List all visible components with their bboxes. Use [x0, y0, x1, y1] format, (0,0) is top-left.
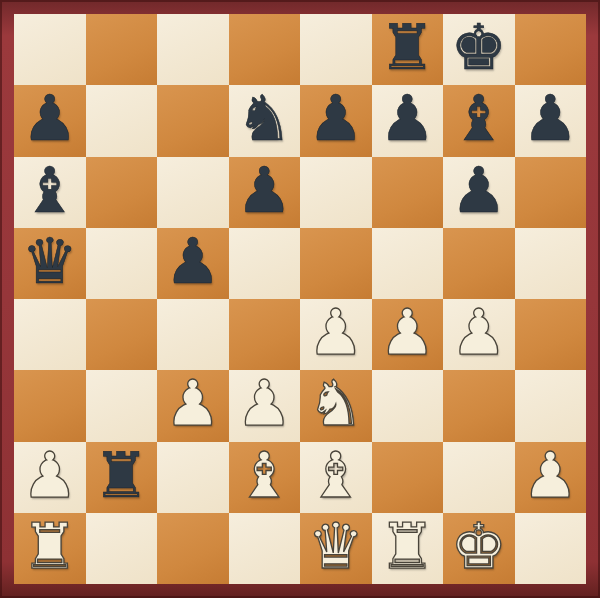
piece-black-king: ♚: [451, 16, 507, 79]
square-b8[interactable]: [86, 14, 158, 85]
square-a1[interactable]: ♜: [14, 513, 86, 584]
square-d1[interactable]: [229, 513, 301, 584]
piece-black-pawn: ♟: [522, 87, 578, 150]
square-a5[interactable]: ♛: [14, 228, 86, 299]
square-f8[interactable]: ♜: [372, 14, 444, 85]
square-e2[interactable]: ♝: [300, 442, 372, 513]
piece-white-pawn: ♟: [451, 301, 507, 364]
piece-black-pawn: ♟: [236, 159, 292, 222]
square-c1[interactable]: [157, 513, 229, 584]
piece-white-pawn: ♟: [165, 372, 221, 435]
square-g2[interactable]: [443, 442, 515, 513]
piece-white-pawn: ♟: [22, 444, 78, 507]
square-d2[interactable]: ♝: [229, 442, 301, 513]
square-f2[interactable]: [372, 442, 444, 513]
square-f1[interactable]: ♜: [372, 513, 444, 584]
square-c5[interactable]: ♟: [157, 228, 229, 299]
piece-black-rook: ♜: [379, 16, 435, 79]
square-f6[interactable]: [372, 157, 444, 228]
square-a8[interactable]: [14, 14, 86, 85]
piece-black-pawn: ♟: [379, 87, 435, 150]
square-g7[interactable]: ♝: [443, 85, 515, 156]
piece-white-queen: ♛: [308, 515, 364, 578]
square-b3[interactable]: [86, 370, 158, 441]
piece-black-rook: ♜: [93, 444, 149, 507]
piece-black-pawn: ♟: [308, 87, 364, 150]
square-b4[interactable]: [86, 299, 158, 370]
piece-white-bishop: ♝: [236, 444, 292, 507]
square-e7[interactable]: ♟: [300, 85, 372, 156]
square-h7[interactable]: ♟: [515, 85, 587, 156]
square-c3[interactable]: ♟: [157, 370, 229, 441]
square-a4[interactable]: [14, 299, 86, 370]
piece-white-king: ♚: [451, 515, 507, 578]
square-f5[interactable]: [372, 228, 444, 299]
piece-white-pawn: ♟: [522, 444, 578, 507]
piece-black-bishop: ♝: [22, 159, 78, 222]
square-b2[interactable]: ♜: [86, 442, 158, 513]
piece-black-pawn: ♟: [451, 159, 507, 222]
piece-black-pawn: ♟: [22, 87, 78, 150]
square-e6[interactable]: [300, 157, 372, 228]
square-g3[interactable]: [443, 370, 515, 441]
square-g8[interactable]: ♚: [443, 14, 515, 85]
square-g1[interactable]: ♚: [443, 513, 515, 584]
square-c6[interactable]: [157, 157, 229, 228]
piece-white-rook: ♜: [379, 515, 435, 578]
piece-black-bishop: ♝: [451, 87, 507, 150]
square-e3[interactable]: ♞: [300, 370, 372, 441]
square-e1[interactable]: ♛: [300, 513, 372, 584]
square-h3[interactable]: [515, 370, 587, 441]
chess-board: ♜♚♟♞♟♟♝♟♝♟♟♛♟♟♟♟♟♟♞♟♜♝♝♟♜♛♜♚: [14, 14, 586, 584]
square-h2[interactable]: ♟: [515, 442, 587, 513]
square-d3[interactable]: ♟: [229, 370, 301, 441]
square-b5[interactable]: [86, 228, 158, 299]
square-d4[interactable]: [229, 299, 301, 370]
square-g6[interactable]: ♟: [443, 157, 515, 228]
board-frame: ♜♚♟♞♟♟♝♟♝♟♟♛♟♟♟♟♟♟♞♟♜♝♝♟♜♛♜♚: [0, 0, 600, 598]
square-d8[interactable]: [229, 14, 301, 85]
square-c2[interactable]: [157, 442, 229, 513]
square-f7[interactable]: ♟: [372, 85, 444, 156]
square-b6[interactable]: [86, 157, 158, 228]
piece-white-pawn: ♟: [236, 372, 292, 435]
square-h4[interactable]: [515, 299, 587, 370]
square-f3[interactable]: [372, 370, 444, 441]
square-e5[interactable]: [300, 228, 372, 299]
square-b7[interactable]: [86, 85, 158, 156]
square-b1[interactable]: [86, 513, 158, 584]
square-e8[interactable]: [300, 14, 372, 85]
piece-white-pawn: ♟: [308, 301, 364, 364]
square-a6[interactable]: ♝: [14, 157, 86, 228]
piece-black-knight: ♞: [236, 87, 292, 150]
square-e4[interactable]: ♟: [300, 299, 372, 370]
square-h5[interactable]: [515, 228, 587, 299]
square-a2[interactable]: ♟: [14, 442, 86, 513]
square-h8[interactable]: [515, 14, 587, 85]
piece-white-rook: ♜: [22, 515, 78, 578]
square-h6[interactable]: [515, 157, 587, 228]
square-a3[interactable]: [14, 370, 86, 441]
square-c8[interactable]: [157, 14, 229, 85]
piece-black-queen: ♛: [22, 230, 78, 293]
square-d6[interactable]: ♟: [229, 157, 301, 228]
piece-white-bishop: ♝: [308, 444, 364, 507]
square-c7[interactable]: [157, 85, 229, 156]
square-f4[interactable]: ♟: [372, 299, 444, 370]
square-d7[interactable]: ♞: [229, 85, 301, 156]
piece-white-pawn: ♟: [379, 301, 435, 364]
square-a7[interactable]: ♟: [14, 85, 86, 156]
square-h1[interactable]: [515, 513, 587, 584]
square-g5[interactable]: [443, 228, 515, 299]
square-g4[interactable]: ♟: [443, 299, 515, 370]
square-c4[interactable]: [157, 299, 229, 370]
piece-white-knight: ♞: [308, 372, 364, 435]
piece-black-pawn: ♟: [165, 230, 221, 293]
square-d5[interactable]: [229, 228, 301, 299]
